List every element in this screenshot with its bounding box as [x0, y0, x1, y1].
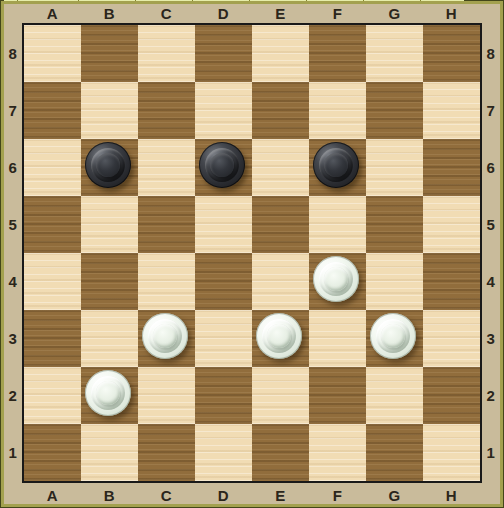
- checker-ring: [91, 148, 125, 182]
- square-g8[interactable]: [366, 25, 423, 82]
- file-label-f: F: [309, 4, 366, 23]
- square-e3[interactable]: [252, 310, 309, 367]
- square-g7[interactable]: [366, 82, 423, 139]
- square-c5[interactable]: [138, 196, 195, 253]
- checker-core: [153, 324, 177, 348]
- square-h3[interactable]: [423, 310, 480, 367]
- square-d4[interactable]: [195, 253, 252, 310]
- board-frame: ABCDEFGH ABCDEFGH 87654321 87654321: [4, 4, 500, 504]
- square-b4[interactable]: [81, 253, 138, 310]
- checker-ring: [148, 319, 182, 353]
- square-h8[interactable]: [423, 25, 480, 82]
- rank-label-5: 5: [4, 196, 22, 253]
- rank-label-2: 2: [482, 367, 500, 424]
- square-a1[interactable]: [24, 424, 81, 481]
- square-d2[interactable]: [195, 367, 252, 424]
- file-label-a: A: [24, 4, 81, 23]
- square-b1[interactable]: [81, 424, 138, 481]
- square-g6[interactable]: [366, 139, 423, 196]
- square-d7[interactable]: [195, 82, 252, 139]
- square-g2[interactable]: [366, 367, 423, 424]
- square-g3[interactable]: [366, 310, 423, 367]
- rank-label-5: 5: [482, 196, 500, 253]
- checkers-app: ABCDEFGH ABCDEFGH 87654321 87654321: [0, 0, 504, 508]
- rank-label-7: 7: [4, 82, 22, 139]
- square-c6[interactable]: [138, 139, 195, 196]
- file-label-e: E: [252, 4, 309, 23]
- square-f6[interactable]: [309, 139, 366, 196]
- checker-core: [96, 381, 120, 405]
- rank-label-8: 8: [482, 25, 500, 82]
- square-b6[interactable]: [81, 139, 138, 196]
- checker-ring: [376, 319, 410, 353]
- square-e5[interactable]: [252, 196, 309, 253]
- square-a5[interactable]: [24, 196, 81, 253]
- file-labels-top: ABCDEFGH: [24, 4, 480, 23]
- file-labels-bottom: ABCDEFGH: [24, 485, 480, 505]
- rank-label-6: 6: [482, 139, 500, 196]
- rank-labels-right: 87654321: [482, 25, 500, 481]
- checker-ring: [91, 376, 125, 410]
- square-h5[interactable]: [423, 196, 480, 253]
- checker-ring: [205, 148, 239, 182]
- square-a4[interactable]: [24, 253, 81, 310]
- square-h1[interactable]: [423, 424, 480, 481]
- square-b2[interactable]: [81, 367, 138, 424]
- rank-label-2: 2: [4, 367, 22, 424]
- white-checker-e3[interactable]: [256, 313, 302, 359]
- square-d1[interactable]: [195, 424, 252, 481]
- file-label-g: G: [366, 4, 423, 23]
- square-b8[interactable]: [81, 25, 138, 82]
- rank-label-6: 6: [4, 139, 22, 196]
- white-checker-c3[interactable]: [142, 313, 188, 359]
- file-label-b: B: [81, 4, 138, 23]
- file-label-h: H: [423, 4, 480, 23]
- white-checker-b2[interactable]: [85, 370, 131, 416]
- square-c8[interactable]: [138, 25, 195, 82]
- checker-ring: [319, 148, 353, 182]
- square-f4[interactable]: [309, 253, 366, 310]
- square-b3[interactable]: [81, 310, 138, 367]
- file-label-d: D: [195, 485, 252, 505]
- square-f3[interactable]: [309, 310, 366, 367]
- square-h2[interactable]: [423, 367, 480, 424]
- square-a6[interactable]: [24, 139, 81, 196]
- square-e7[interactable]: [252, 82, 309, 139]
- square-h4[interactable]: [423, 253, 480, 310]
- file-label-e: E: [252, 485, 309, 505]
- rank-label-3: 3: [4, 310, 22, 367]
- square-e6[interactable]: [252, 139, 309, 196]
- square-g5[interactable]: [366, 196, 423, 253]
- file-label-c: C: [138, 485, 195, 505]
- square-e2[interactable]: [252, 367, 309, 424]
- black-checker-d6[interactable]: [199, 142, 245, 188]
- square-e1[interactable]: [252, 424, 309, 481]
- square-g1[interactable]: [366, 424, 423, 481]
- checker-core: [210, 153, 234, 177]
- square-e4[interactable]: [252, 253, 309, 310]
- square-h6[interactable]: [423, 139, 480, 196]
- rank-label-4: 4: [4, 253, 22, 310]
- square-f7[interactable]: [309, 82, 366, 139]
- board: [22, 23, 482, 483]
- white-checker-f4[interactable]: [313, 256, 359, 302]
- square-b7[interactable]: [81, 82, 138, 139]
- rank-labels-left: 87654321: [4, 25, 22, 481]
- rank-label-1: 1: [482, 424, 500, 481]
- rank-label-7: 7: [482, 82, 500, 139]
- square-d8[interactable]: [195, 25, 252, 82]
- square-c7[interactable]: [138, 82, 195, 139]
- checker-core: [324, 267, 348, 291]
- square-a2[interactable]: [24, 367, 81, 424]
- rank-label-3: 3: [482, 310, 500, 367]
- square-c4[interactable]: [138, 253, 195, 310]
- white-checker-g3[interactable]: [370, 313, 416, 359]
- square-e8[interactable]: [252, 25, 309, 82]
- square-g4[interactable]: [366, 253, 423, 310]
- rank-label-8: 8: [4, 25, 22, 82]
- black-checker-b6[interactable]: [85, 142, 131, 188]
- square-h7[interactable]: [423, 82, 480, 139]
- file-label-c: C: [138, 4, 195, 23]
- square-c1[interactable]: [138, 424, 195, 481]
- checker-core: [381, 324, 405, 348]
- square-a8[interactable]: [24, 25, 81, 82]
- file-label-a: A: [24, 485, 81, 505]
- checker-core: [96, 153, 120, 177]
- square-a7[interactable]: [24, 82, 81, 139]
- square-b5[interactable]: [81, 196, 138, 253]
- rank-label-4: 4: [482, 253, 500, 310]
- file-label-b: B: [81, 485, 138, 505]
- square-f1[interactable]: [309, 424, 366, 481]
- square-f8[interactable]: [309, 25, 366, 82]
- square-c3[interactable]: [138, 310, 195, 367]
- square-a3[interactable]: [24, 310, 81, 367]
- black-checker-f6[interactable]: [313, 142, 359, 188]
- square-f5[interactable]: [309, 196, 366, 253]
- checker-ring: [262, 319, 296, 353]
- square-f2[interactable]: [309, 367, 366, 424]
- square-c2[interactable]: [138, 367, 195, 424]
- file-label-f: F: [309, 485, 366, 505]
- checker-ring: [319, 262, 353, 296]
- file-label-g: G: [366, 485, 423, 505]
- rank-label-1: 1: [4, 424, 22, 481]
- square-d6[interactable]: [195, 139, 252, 196]
- square-d3[interactable]: [195, 310, 252, 367]
- file-label-d: D: [195, 4, 252, 23]
- file-label-h: H: [423, 485, 480, 505]
- square-d5[interactable]: [195, 196, 252, 253]
- checker-core: [324, 153, 348, 177]
- checker-core: [267, 324, 291, 348]
